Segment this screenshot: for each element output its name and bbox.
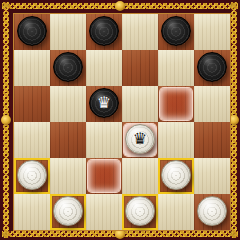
king-crown-icon: ♛ — [133, 131, 147, 147]
square-r5c2 — [86, 194, 122, 230]
square-r0c2[interactable] — [86, 14, 122, 50]
square-r1c5[interactable] — [194, 50, 230, 86]
square-r4c4[interactable] — [158, 158, 194, 194]
white-man[interactable] — [53, 196, 83, 226]
corner-fleur-icon: ⚜ — [0, 0, 13, 13]
white-man[interactable] — [161, 160, 191, 190]
square-r0c4[interactable] — [158, 14, 194, 50]
square-r4c5 — [194, 158, 230, 194]
square-r5c5[interactable] — [194, 194, 230, 230]
black-man[interactable] — [53, 52, 83, 82]
square-r1c3[interactable] — [122, 50, 158, 86]
black-man[interactable] — [161, 16, 191, 46]
square-r1c1[interactable] — [50, 50, 86, 86]
edge-medallion-icon — [115, 1, 125, 11]
square-r5c3[interactable] — [122, 194, 158, 230]
square-r3c2 — [86, 122, 122, 158]
square-r2c2[interactable]: ♛ — [86, 86, 122, 122]
square-r2c5 — [194, 86, 230, 122]
square-r0c3 — [122, 14, 158, 50]
square-r0c5 — [194, 14, 230, 50]
white-man[interactable] — [197, 196, 227, 226]
move-target-highlight — [159, 87, 193, 121]
corner-fleur-icon: ⚜ — [0, 227, 13, 240]
square-r2c1 — [50, 86, 86, 122]
square-r1c2 — [86, 50, 122, 86]
checkers-app-screen: ⚜ ⚜ ⚜ ⚜ ♛♛ — [0, 0, 240, 240]
edge-medallion-icon — [1, 115, 11, 125]
square-r5c4 — [158, 194, 194, 230]
white-man[interactable] — [17, 160, 47, 190]
king-crown-icon: ♛ — [97, 95, 111, 111]
square-r5c1[interactable] — [50, 194, 86, 230]
square-r2c0[interactable] — [14, 86, 50, 122]
checkers-board: ♛♛ — [13, 13, 231, 231]
square-r2c3 — [122, 86, 158, 122]
black-man[interactable] — [17, 16, 47, 46]
square-r3c1[interactable] — [50, 122, 86, 158]
black-man[interactable] — [197, 52, 227, 82]
square-r2c4[interactable] — [158, 86, 194, 122]
square-r3c0 — [14, 122, 50, 158]
square-r4c3 — [122, 158, 158, 194]
square-r4c2[interactable] — [86, 158, 122, 194]
square-r4c0[interactable] — [14, 158, 50, 194]
black-man[interactable] — [89, 16, 119, 46]
square-r0c0[interactable] — [14, 14, 50, 50]
black-king[interactable]: ♛ — [89, 88, 119, 118]
square-r0c1 — [50, 14, 86, 50]
square-r3c4 — [158, 122, 194, 158]
square-r4c1 — [50, 158, 86, 194]
square-r1c0 — [14, 50, 50, 86]
square-r5c0 — [14, 194, 50, 230]
corner-fleur-icon: ⚜ — [227, 0, 240, 13]
white-king[interactable]: ♛ — [125, 124, 155, 154]
square-r3c3[interactable]: ♛ — [122, 122, 158, 158]
square-r3c5[interactable] — [194, 122, 230, 158]
square-r1c4 — [158, 50, 194, 86]
white-man[interactable] — [125, 196, 155, 226]
move-target-highlight — [87, 159, 121, 193]
